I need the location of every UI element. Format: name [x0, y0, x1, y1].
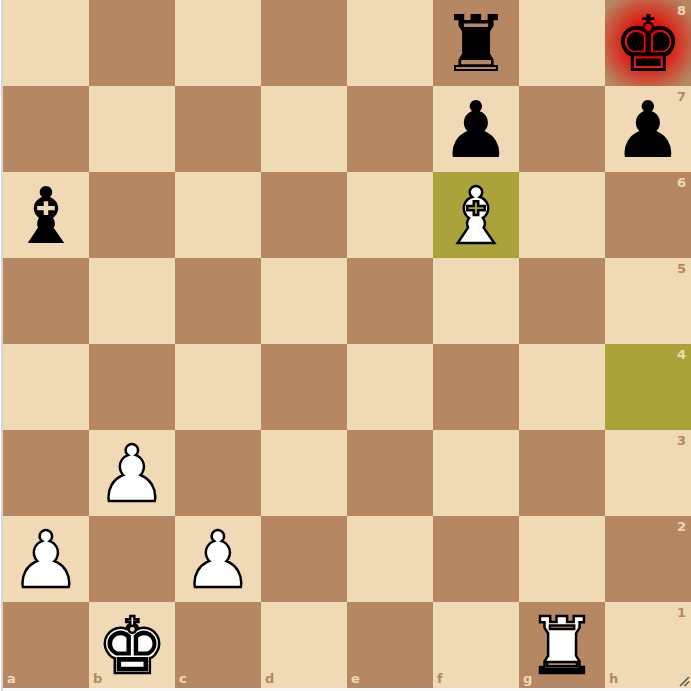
black-rook[interactable]: ♜ [433, 0, 519, 86]
chess-board-page: ♜♚8♟♟7♝♝654♟3♟♟2a♚bcdef♜g1h [0, 0, 691, 691]
white-rook[interactable]: ♜ [519, 602, 605, 688]
black-king[interactable]: ♚ [605, 0, 691, 86]
rank-label-1: 1 [677, 606, 686, 619]
square-d4[interactable] [261, 344, 347, 430]
square-c4[interactable] [175, 344, 261, 430]
file-label-f: f [437, 672, 443, 685]
square-e3[interactable] [347, 430, 433, 516]
square-b7[interactable] [89, 86, 175, 172]
square-f2[interactable] [433, 516, 519, 602]
square-d8[interactable] [261, 0, 347, 86]
black-bishop[interactable]: ♝ [3, 172, 89, 258]
file-label-c: c [179, 672, 187, 685]
file-label-e: e [351, 672, 360, 685]
square-f6[interactable]: ♝ [433, 172, 519, 258]
square-b2[interactable] [89, 516, 175, 602]
square-e1[interactable]: e [347, 602, 433, 688]
white-pawn[interactable]: ♟ [3, 516, 89, 602]
square-g7[interactable] [519, 86, 605, 172]
rank-label-5: 5 [677, 262, 686, 275]
square-f5[interactable] [433, 258, 519, 344]
square-e2[interactable] [347, 516, 433, 602]
square-f4[interactable] [433, 344, 519, 430]
square-a1[interactable]: a [3, 602, 89, 688]
square-h7[interactable]: ♟7 [605, 86, 691, 172]
square-h6[interactable]: 6 [605, 172, 691, 258]
square-c2[interactable]: ♟ [175, 516, 261, 602]
board-resize-handle[interactable] [678, 675, 690, 687]
square-h4[interactable]: 4 [605, 344, 691, 430]
square-h8[interactable]: ♚8 [605, 0, 691, 86]
black-pawn[interactable]: ♟ [605, 86, 691, 172]
square-h3[interactable]: 3 [605, 430, 691, 516]
square-f7[interactable]: ♟ [433, 86, 519, 172]
square-h2[interactable]: 2 [605, 516, 691, 602]
rank-label-6: 6 [677, 176, 686, 189]
square-e8[interactable] [347, 0, 433, 86]
square-d6[interactable] [261, 172, 347, 258]
square-a4[interactable] [3, 344, 89, 430]
file-label-a: a [7, 672, 16, 685]
white-pawn[interactable]: ♟ [89, 430, 175, 516]
rank-label-4: 4 [677, 348, 686, 361]
chess-board: ♜♚8♟♟7♝♝654♟3♟♟2a♚bcdef♜g1h [3, 0, 691, 688]
square-d2[interactable] [261, 516, 347, 602]
square-f1[interactable]: f [433, 602, 519, 688]
square-c7[interactable] [175, 86, 261, 172]
square-g3[interactable] [519, 430, 605, 516]
square-g4[interactable] [519, 344, 605, 430]
square-a2[interactable]: ♟ [3, 516, 89, 602]
square-c8[interactable] [175, 0, 261, 86]
square-g5[interactable] [519, 258, 605, 344]
black-pawn[interactable]: ♟ [433, 86, 519, 172]
square-h5[interactable]: 5 [605, 258, 691, 344]
file-label-h: h [609, 672, 618, 685]
square-b6[interactable] [89, 172, 175, 258]
square-b3[interactable]: ♟ [89, 430, 175, 516]
square-b1[interactable]: ♚b [89, 602, 175, 688]
white-pawn[interactable]: ♟ [175, 516, 261, 602]
square-a5[interactable] [3, 258, 89, 344]
square-d1[interactable]: d [261, 602, 347, 688]
square-b8[interactable] [89, 0, 175, 86]
square-b5[interactable] [89, 258, 175, 344]
square-e4[interactable] [347, 344, 433, 430]
square-g6[interactable] [519, 172, 605, 258]
square-d7[interactable] [261, 86, 347, 172]
square-c5[interactable] [175, 258, 261, 344]
square-d3[interactable] [261, 430, 347, 516]
square-c3[interactable] [175, 430, 261, 516]
square-c1[interactable]: c [175, 602, 261, 688]
square-d5[interactable] [261, 258, 347, 344]
square-b4[interactable] [89, 344, 175, 430]
square-e6[interactable] [347, 172, 433, 258]
square-a7[interactable] [3, 86, 89, 172]
white-king[interactable]: ♚ [89, 602, 175, 688]
rank-label-2: 2 [677, 520, 686, 533]
square-a8[interactable] [3, 0, 89, 86]
square-a6[interactable]: ♝ [3, 172, 89, 258]
rank-label-3: 3 [677, 434, 686, 447]
square-g8[interactable] [519, 0, 605, 86]
square-f3[interactable] [433, 430, 519, 516]
square-a3[interactable] [3, 430, 89, 516]
square-f8[interactable]: ♜ [433, 0, 519, 86]
square-c6[interactable] [175, 172, 261, 258]
square-e7[interactable] [347, 86, 433, 172]
white-bishop[interactable]: ♝ [433, 172, 519, 258]
file-label-d: d [265, 672, 274, 685]
square-g1[interactable]: ♜g [519, 602, 605, 688]
square-g2[interactable] [519, 516, 605, 602]
square-e5[interactable] [347, 258, 433, 344]
